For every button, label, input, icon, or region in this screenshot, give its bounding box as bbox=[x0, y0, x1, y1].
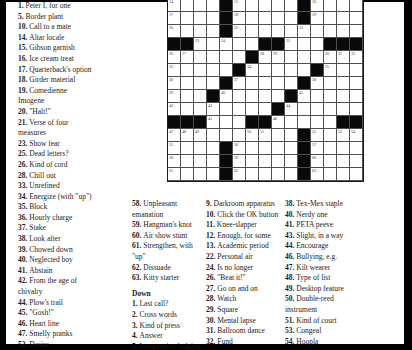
clue-number: 54. bbox=[285, 337, 296, 346]
grid-cell bbox=[298, 64, 311, 77]
clue-text: Knee-slapper bbox=[217, 220, 257, 229]
grid-cell bbox=[259, 77, 272, 90]
clue-item: 63. Kitty starter bbox=[132, 273, 208, 284]
clue-item: 35. Block bbox=[18, 202, 102, 213]
clue-item: 44. Plow's trail bbox=[18, 298, 102, 309]
clue-text: Hangman's knot bbox=[143, 220, 192, 229]
clue-text: Hourly charge bbox=[29, 213, 72, 222]
cell-number: 44 bbox=[286, 103, 290, 107]
black-cell bbox=[220, 0, 233, 12]
grid-cell: 59 bbox=[233, 155, 246, 168]
clue-text: Chowed down bbox=[29, 245, 73, 254]
grid-cell bbox=[285, 25, 298, 38]
grid-cell bbox=[350, 0, 363, 12]
clue-number: 61. bbox=[132, 241, 143, 250]
cell-number: 21 bbox=[234, 25, 238, 29]
grid-cell bbox=[194, 103, 207, 116]
clue-item: 53. Congeal bbox=[285, 326, 377, 337]
clue-item: 23. Show fear bbox=[18, 139, 102, 150]
clue-number: 50. bbox=[285, 294, 296, 303]
grid-cell: 18 bbox=[233, 12, 246, 25]
clue-text: Watch bbox=[217, 294, 236, 303]
grid-cell bbox=[272, 168, 285, 181]
grid-cell bbox=[285, 12, 298, 25]
clue-text: Ice cream treat bbox=[29, 54, 74, 63]
clue-item: 47. Kilt wearer bbox=[285, 263, 377, 274]
clue-text: Air show stunt bbox=[143, 231, 187, 240]
down-clues-column-2: 1. Last call?2. Cross words3. Kind of pr… bbox=[132, 299, 208, 350]
grid-cell: 22 bbox=[298, 25, 311, 38]
grid-cell bbox=[259, 90, 272, 103]
grid-cell: 43 bbox=[207, 103, 220, 116]
grid-cell: 25 bbox=[285, 38, 298, 51]
clue-text: Desire bbox=[29, 340, 49, 349]
cell-number: 45 bbox=[208, 116, 212, 120]
grid-cell: 63 bbox=[311, 168, 324, 181]
grid-cell bbox=[259, 0, 272, 12]
clue-text: Desktop feature bbox=[296, 284, 344, 293]
grid-cell: 29 bbox=[272, 51, 285, 64]
grid-cell bbox=[207, 12, 220, 25]
grid-cell bbox=[194, 0, 207, 12]
grid-cell bbox=[298, 103, 311, 116]
grid-cell bbox=[233, 90, 246, 103]
grid-cell bbox=[246, 77, 259, 90]
clue-number: 63. bbox=[132, 273, 143, 282]
grid-cell bbox=[246, 90, 259, 103]
clue-item: 60. Air show stunt bbox=[132, 231, 208, 242]
grid-cell bbox=[194, 168, 207, 181]
clue-item: 1. Peter I, for one bbox=[18, 1, 102, 12]
clue-number: 46. bbox=[18, 319, 29, 328]
clue-number: 31. bbox=[206, 326, 217, 335]
clue-text: "Beat it!" bbox=[217, 273, 245, 282]
clue-number: 44. bbox=[285, 241, 296, 250]
grid-cell: 46 bbox=[272, 116, 285, 129]
clue-number: 4. bbox=[132, 331, 140, 340]
grid-cell bbox=[220, 116, 233, 129]
black-cell bbox=[246, 51, 259, 64]
cell-number: 33 bbox=[169, 64, 173, 68]
down-header: Down bbox=[132, 289, 208, 300]
clue-text: Kilt wearer bbox=[296, 263, 330, 272]
black-cell bbox=[298, 129, 311, 142]
clue-item: 3. Kind of press bbox=[132, 321, 208, 332]
clue-item: 22. Personal air bbox=[206, 252, 286, 263]
clue-text: Abstain bbox=[29, 266, 52, 275]
grid-cell bbox=[181, 0, 194, 12]
clue-number: 17. bbox=[18, 65, 29, 74]
grid-cell bbox=[350, 25, 363, 38]
clue-item: 5. Border plant bbox=[18, 12, 102, 23]
grid-cell: 53 bbox=[337, 129, 350, 142]
grid-cell bbox=[233, 129, 246, 142]
cell-number: 16 bbox=[312, 0, 316, 3]
grid-cell bbox=[324, 116, 337, 129]
cell-number: 48 bbox=[182, 129, 186, 133]
grid-cell bbox=[181, 90, 194, 103]
clue-text: Smelly pranks bbox=[29, 329, 72, 338]
cell-number: 61 bbox=[169, 168, 173, 172]
grid-cell bbox=[246, 155, 259, 168]
grid-cell: 42 bbox=[168, 103, 181, 116]
grid-cell bbox=[207, 77, 220, 90]
clue-item: 15. Gibson garnish bbox=[18, 43, 102, 54]
black-cell bbox=[298, 142, 311, 155]
cell-number: 29 bbox=[273, 51, 277, 55]
black-cell bbox=[350, 116, 363, 129]
clue-item: 52. Desire bbox=[18, 340, 102, 350]
clue-text: "Halt!" bbox=[29, 107, 51, 116]
grid-cell bbox=[233, 38, 246, 51]
clue-item: 54. Hoopla bbox=[285, 337, 377, 348]
crossword-grid: 1234567891011121314151617181920212223242… bbox=[167, 0, 364, 182]
black-cell bbox=[168, 38, 181, 51]
down-clues-column-3: 9. Darkroom apparatus10. Click the OK bu… bbox=[206, 199, 286, 347]
clue-item: 58. Unpleasant emanation bbox=[132, 199, 208, 220]
grid-cell bbox=[194, 155, 207, 168]
clue-number: 40. bbox=[18, 255, 29, 264]
cell-number: 43 bbox=[208, 103, 212, 107]
clue-text: "Gosh!" bbox=[29, 308, 53, 317]
clue-number: 35. bbox=[18, 202, 29, 211]
clue-number: 41. bbox=[18, 266, 29, 275]
cell-number: 37 bbox=[234, 77, 238, 81]
grid-cell bbox=[233, 103, 246, 116]
clue-text: Unrefined bbox=[29, 181, 59, 190]
clue-item: 2. Cross words bbox=[132, 310, 208, 321]
cell-number: 40 bbox=[221, 90, 225, 94]
grid-cell bbox=[181, 103, 194, 116]
clue-text: Show fear bbox=[29, 139, 60, 148]
grid-cell bbox=[194, 64, 207, 77]
grid-cell bbox=[350, 12, 363, 25]
grid-cell bbox=[233, 51, 246, 64]
clue-text: Girder material bbox=[29, 75, 75, 84]
black-cell bbox=[259, 38, 272, 51]
clue-item: 10. Click the OK button bbox=[206, 210, 286, 221]
grid-cell bbox=[337, 168, 350, 181]
cell-number: 20 bbox=[169, 25, 173, 29]
clue-number: 62. bbox=[132, 263, 143, 272]
clue-number: 1. bbox=[18, 1, 26, 10]
grid-cell bbox=[246, 103, 259, 116]
black-cell bbox=[298, 168, 311, 181]
clue-text: Encourage bbox=[296, 241, 328, 250]
black-cell bbox=[181, 116, 194, 129]
cell-number: 31 bbox=[338, 51, 342, 55]
grid-cell: 23 bbox=[194, 38, 207, 51]
black-cell bbox=[220, 77, 233, 90]
clue-text: Is no longer bbox=[217, 263, 253, 272]
clue-item: 40. Nerdy one bbox=[285, 210, 377, 221]
clue-text: Block bbox=[29, 202, 47, 211]
clue-text: Quarterback's option bbox=[29, 65, 91, 74]
clue-number: 60. bbox=[132, 231, 143, 240]
grid-cell bbox=[181, 12, 194, 25]
clue-number: 36. bbox=[18, 213, 29, 222]
grid-cell bbox=[246, 38, 259, 51]
grid-cell: 60 bbox=[311, 155, 324, 168]
clue-item: 61. Strengthen, with "up" bbox=[132, 241, 208, 262]
grid-cell bbox=[285, 116, 298, 129]
clue-number: 14. bbox=[18, 33, 29, 42]
down-clues-column-4: 38. Tex-Mex staple40. Nerdy one41. PETA … bbox=[285, 199, 377, 347]
grid-cell bbox=[181, 142, 194, 155]
clue-item: 48. Type of list bbox=[285, 273, 377, 284]
grid-cell: 51 bbox=[259, 129, 272, 142]
grid-cell bbox=[246, 142, 259, 155]
grid-cell bbox=[324, 103, 337, 116]
grid-cell bbox=[311, 103, 324, 116]
grid-cell bbox=[259, 25, 272, 38]
clue-number: 43. bbox=[285, 231, 296, 240]
grid-cell bbox=[350, 64, 363, 77]
grid-cell bbox=[194, 142, 207, 155]
clue-number: 48. bbox=[285, 273, 296, 282]
clue-text: Fund bbox=[217, 337, 232, 346]
grid-cell: 19 bbox=[311, 12, 324, 25]
grid-cell bbox=[350, 77, 363, 90]
grid-cell bbox=[337, 25, 350, 38]
grid-cell bbox=[324, 25, 337, 38]
clue-number: 53. bbox=[285, 326, 296, 335]
grid-cell: 58 bbox=[168, 155, 181, 168]
clue-text: Hoopla bbox=[296, 337, 318, 346]
black-cell bbox=[220, 25, 233, 38]
grid-cell bbox=[259, 142, 272, 155]
grid-cell: 55 bbox=[168, 142, 181, 155]
clue-item: 41. Abstain bbox=[18, 266, 102, 277]
clue-item: 42. From the age of chivalry bbox=[18, 276, 84, 297]
grid-cell bbox=[337, 12, 350, 25]
cell-number: 58 bbox=[169, 155, 173, 159]
clue-number: 28. bbox=[18, 171, 29, 180]
cell-number: 53 bbox=[338, 129, 342, 133]
clue-text: Academic period bbox=[217, 241, 268, 250]
black-cell bbox=[285, 90, 298, 103]
clue-number: 13. bbox=[206, 241, 217, 250]
across-clues-column-1: 1. Peter I, for one5. Border plant10. Ca… bbox=[18, 1, 102, 350]
clue-number: 37. bbox=[18, 223, 29, 232]
grid-cell bbox=[194, 12, 207, 25]
clue-number: 29. bbox=[206, 305, 217, 314]
clue-number: 46. bbox=[285, 252, 296, 261]
clue-text: Answer bbox=[140, 331, 163, 340]
black-cell bbox=[298, 0, 311, 12]
grid-cell bbox=[259, 12, 272, 25]
cell-number: 26 bbox=[169, 51, 173, 55]
cell-number: 18 bbox=[234, 12, 238, 16]
black-cell bbox=[220, 155, 233, 168]
grid-cell: 50 bbox=[246, 129, 259, 142]
black-cell bbox=[298, 155, 311, 168]
clue-number: 52. bbox=[18, 340, 29, 349]
clue-item: 18. Girder material bbox=[18, 75, 102, 86]
clue-text: Click the OK button bbox=[217, 210, 278, 219]
clue-item: 4. Answer bbox=[132, 331, 208, 342]
grid-cell bbox=[207, 168, 220, 181]
clue-text: Altar locale bbox=[29, 33, 64, 42]
clue-number: 51. bbox=[285, 316, 296, 325]
clue-item: 31. Ballroom dance bbox=[206, 326, 286, 337]
black-cell bbox=[220, 168, 233, 181]
grid-cell bbox=[207, 155, 220, 168]
clue-number: 1. bbox=[132, 299, 140, 308]
grid-cell bbox=[246, 0, 259, 12]
cell-number: 55 bbox=[169, 142, 173, 146]
clue-text: Border plant bbox=[26, 12, 64, 21]
grid-cell: 21 bbox=[233, 25, 246, 38]
grid-cell: 44 bbox=[285, 103, 298, 116]
grid-cell bbox=[272, 155, 285, 168]
clue-number: 23. bbox=[18, 139, 29, 148]
grid-cell bbox=[207, 38, 220, 51]
clue-item: 10. Call to a mate bbox=[18, 22, 102, 33]
clue-item: 19. Comedienne Imogene bbox=[18, 86, 84, 107]
grid-cell: 28 bbox=[259, 51, 272, 64]
clue-number: 45. bbox=[18, 308, 29, 317]
grid-cell: 26 bbox=[168, 51, 181, 64]
grid-cell: 57 bbox=[311, 142, 324, 155]
grid-cell: 61 bbox=[168, 168, 181, 181]
grid-cell: 14 bbox=[168, 0, 181, 12]
grid-cell bbox=[207, 129, 220, 142]
cell-number: 34 bbox=[247, 64, 251, 68]
grid-cell: 30 bbox=[324, 51, 337, 64]
clue-item: 36. Hourly charge bbox=[18, 213, 102, 224]
clue-number: 40. bbox=[285, 210, 296, 219]
grid-cell bbox=[337, 155, 350, 168]
grid-cell: 33 bbox=[168, 64, 181, 77]
cell-number: 57 bbox=[312, 142, 316, 146]
clue-item: 32. Fund bbox=[206, 337, 286, 348]
clue-text: Nerdy one bbox=[296, 210, 327, 219]
clue-text: Enough, for some bbox=[217, 231, 271, 240]
clue-number: 39. bbox=[18, 245, 29, 254]
clue-text: Plow's trail bbox=[29, 298, 63, 307]
clue-number: 32. bbox=[206, 337, 217, 346]
cell-number: 27 bbox=[182, 51, 186, 55]
black-cell bbox=[311, 64, 324, 77]
grid-cell bbox=[207, 142, 220, 155]
clue-item: 16. Ice cream treat bbox=[18, 54, 102, 65]
clue-number: 20. bbox=[18, 107, 29, 116]
cell-number: 52 bbox=[312, 129, 316, 133]
grid-cell bbox=[324, 155, 337, 168]
grid-cell bbox=[350, 103, 363, 116]
clue-number: 26. bbox=[18, 160, 29, 169]
grid-cell bbox=[272, 25, 285, 38]
grid-cell: 24 bbox=[220, 38, 233, 51]
grid-cell bbox=[285, 142, 298, 155]
clue-text: Darkroom apparatus bbox=[214, 199, 275, 208]
grid-cell bbox=[324, 12, 337, 25]
clue-text: Call to a mate bbox=[29, 22, 71, 31]
clue-number: 33. bbox=[18, 181, 29, 190]
clue-text: Type of list bbox=[296, 273, 330, 282]
black-cell bbox=[168, 116, 181, 129]
grid-cell bbox=[324, 90, 337, 103]
clue-text: Chill out bbox=[29, 171, 55, 180]
cell-number: 50 bbox=[247, 129, 251, 133]
grid-cell bbox=[272, 90, 285, 103]
grid-cell bbox=[285, 155, 298, 168]
cell-number: 39 bbox=[169, 90, 173, 94]
grid-cell bbox=[207, 51, 220, 64]
grid-cell bbox=[246, 168, 259, 181]
grid-cell bbox=[272, 142, 285, 155]
cell-number: 60 bbox=[312, 155, 316, 159]
clue-text: Tex-Mex staple bbox=[296, 199, 343, 208]
grid-cell bbox=[181, 64, 194, 77]
black-cell bbox=[259, 116, 272, 129]
grid-cell bbox=[350, 90, 363, 103]
clue-item: 30. Mental lapse bbox=[206, 316, 286, 327]
black-cell bbox=[350, 38, 363, 51]
clue-text: Square bbox=[217, 305, 238, 314]
clue-text: Slight, in a way bbox=[296, 231, 343, 240]
cell-number: 38 bbox=[312, 77, 316, 81]
grid-cell: 37 bbox=[233, 77, 246, 90]
black-cell bbox=[246, 116, 259, 129]
grid-cell bbox=[259, 155, 272, 168]
grid-cell bbox=[207, 64, 220, 77]
clue-item: 11. Knee-slapper bbox=[206, 220, 286, 231]
grid-cell bbox=[194, 51, 207, 64]
clue-number: 11. bbox=[206, 220, 217, 229]
grid-cell bbox=[207, 0, 220, 12]
clue-text: Kind of press bbox=[140, 321, 180, 330]
clue-text: Dissuade bbox=[143, 263, 171, 272]
clue-item: 20. "Halt!" bbox=[18, 107, 102, 118]
cell-number: 54 bbox=[351, 129, 355, 133]
grid-cell: 15 bbox=[233, 0, 246, 12]
grid-cell: 31 bbox=[337, 51, 350, 64]
clue-text: Personal air bbox=[217, 252, 253, 261]
clue-text: Heart line bbox=[29, 319, 59, 328]
grid-cell bbox=[285, 51, 298, 64]
clue-number: 49. bbox=[285, 284, 296, 293]
grid-cell bbox=[311, 25, 324, 38]
crossword-page: 1234567891011121314151617181920212223242… bbox=[0, 0, 412, 350]
grid-cell: 40 bbox=[220, 90, 233, 103]
cell-number: 41 bbox=[299, 90, 303, 94]
grid-cell: 39 bbox=[168, 90, 181, 103]
cell-number: 23 bbox=[195, 38, 199, 42]
clue-text: Cross words bbox=[140, 310, 177, 319]
grid-cell bbox=[285, 0, 298, 12]
clue-number: 16. bbox=[18, 54, 29, 63]
grid-cell bbox=[311, 38, 324, 51]
clue-item: 1. Last call? bbox=[132, 299, 208, 310]
clue-text: Kind of cord bbox=[29, 160, 67, 169]
cell-number: 49 bbox=[195, 129, 199, 133]
clue-number: 27. bbox=[206, 284, 217, 293]
grid-cell: 48 bbox=[181, 129, 194, 142]
cell-number: 15 bbox=[234, 0, 238, 3]
grid-cell bbox=[324, 129, 337, 142]
grid-cell bbox=[324, 142, 337, 155]
black-cell bbox=[272, 38, 285, 51]
black-cell bbox=[220, 142, 233, 155]
cell-number: 22 bbox=[299, 25, 303, 29]
grid-cell bbox=[272, 0, 285, 12]
clue-item: 49. Desktop feature bbox=[285, 284, 377, 295]
clue-item: 45. "Gosh!" bbox=[18, 308, 102, 319]
grid-cell bbox=[246, 25, 259, 38]
grid-cell: 54 bbox=[350, 129, 363, 142]
